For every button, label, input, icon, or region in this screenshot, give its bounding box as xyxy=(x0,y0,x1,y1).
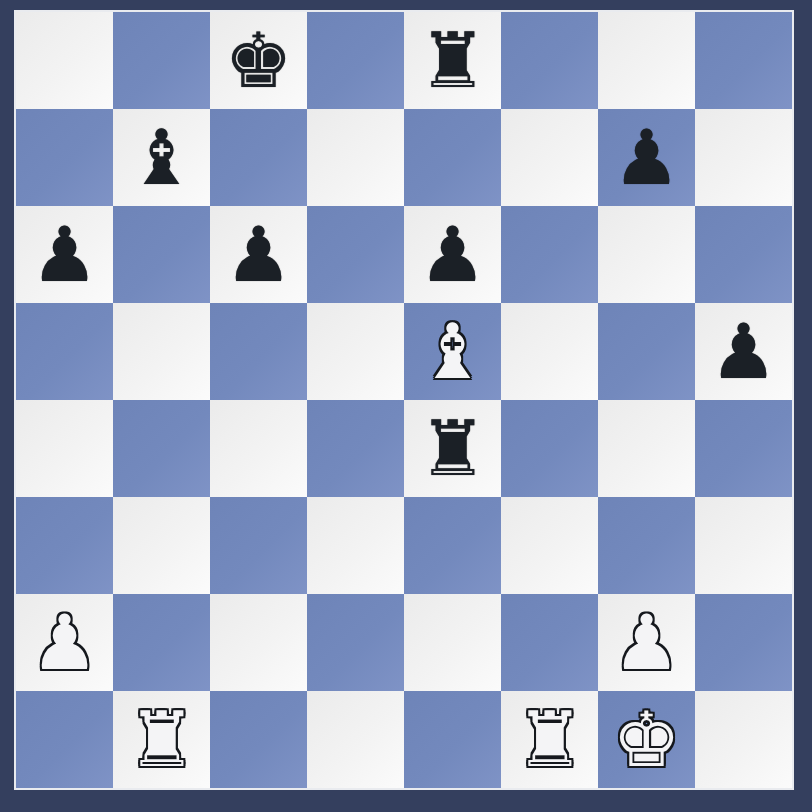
square-g2[interactable]: ♟ xyxy=(598,594,695,691)
square-a6[interactable]: ♟ xyxy=(16,206,113,303)
square-d3[interactable] xyxy=(307,497,404,594)
black-bishop[interactable]: ♝ xyxy=(127,109,195,206)
square-h7[interactable] xyxy=(695,109,792,206)
black-rook[interactable]: ♜ xyxy=(418,400,486,497)
black-pawn[interactable]: ♟ xyxy=(418,206,486,303)
white-pawn[interactable]: ♟ xyxy=(30,594,98,691)
square-c7[interactable] xyxy=(210,109,307,206)
square-d4[interactable] xyxy=(307,400,404,497)
square-f5[interactable] xyxy=(501,303,598,400)
square-e4[interactable]: ♜ xyxy=(404,400,501,497)
square-f2[interactable] xyxy=(501,594,598,691)
white-bishop[interactable]: ♝ xyxy=(418,303,486,400)
square-h1[interactable] xyxy=(695,691,792,788)
square-h4[interactable] xyxy=(695,400,792,497)
square-g1[interactable]: ♚ xyxy=(598,691,695,788)
square-b5[interactable] xyxy=(113,303,210,400)
square-h8[interactable] xyxy=(695,12,792,109)
white-rook[interactable]: ♜ xyxy=(515,691,583,788)
chess-board: ♚♜♝♟♟♟♟♝♟♜♟♟♜♜♚ xyxy=(14,10,794,790)
square-a1[interactable] xyxy=(16,691,113,788)
square-h2[interactable] xyxy=(695,594,792,691)
black-pawn[interactable]: ♟ xyxy=(224,206,292,303)
square-f6[interactable] xyxy=(501,206,598,303)
square-g8[interactable] xyxy=(598,12,695,109)
black-pawn[interactable]: ♟ xyxy=(709,303,777,400)
square-a4[interactable] xyxy=(16,400,113,497)
square-a8[interactable] xyxy=(16,12,113,109)
square-f1[interactable]: ♜ xyxy=(501,691,598,788)
square-d2[interactable] xyxy=(307,594,404,691)
black-pawn[interactable]: ♟ xyxy=(612,109,680,206)
square-b6[interactable] xyxy=(113,206,210,303)
square-g4[interactable] xyxy=(598,400,695,497)
square-g6[interactable] xyxy=(598,206,695,303)
square-c6[interactable]: ♟ xyxy=(210,206,307,303)
square-e7[interactable] xyxy=(404,109,501,206)
square-f4[interactable] xyxy=(501,400,598,497)
square-f8[interactable] xyxy=(501,12,598,109)
square-h5[interactable]: ♟ xyxy=(695,303,792,400)
square-a2[interactable]: ♟ xyxy=(16,594,113,691)
square-e8[interactable]: ♜ xyxy=(404,12,501,109)
square-c3[interactable] xyxy=(210,497,307,594)
square-e1[interactable] xyxy=(404,691,501,788)
black-rook[interactable]: ♜ xyxy=(418,12,486,109)
square-h6[interactable] xyxy=(695,206,792,303)
square-b7[interactable]: ♝ xyxy=(113,109,210,206)
square-e2[interactable] xyxy=(404,594,501,691)
white-king[interactable]: ♚ xyxy=(612,691,680,788)
square-c2[interactable] xyxy=(210,594,307,691)
white-pawn[interactable]: ♟ xyxy=(612,594,680,691)
square-d7[interactable] xyxy=(307,109,404,206)
white-rook[interactable]: ♜ xyxy=(127,691,195,788)
square-b4[interactable] xyxy=(113,400,210,497)
black-pawn[interactable]: ♟ xyxy=(30,206,98,303)
square-h3[interactable] xyxy=(695,497,792,594)
square-e6[interactable]: ♟ xyxy=(404,206,501,303)
square-d5[interactable] xyxy=(307,303,404,400)
square-d1[interactable] xyxy=(307,691,404,788)
square-a5[interactable] xyxy=(16,303,113,400)
square-f3[interactable] xyxy=(501,497,598,594)
square-a7[interactable] xyxy=(16,109,113,206)
board-frame: ♚♜♝♟♟♟♟♝♟♜♟♟♜♜♚ xyxy=(0,0,812,812)
square-b1[interactable]: ♜ xyxy=(113,691,210,788)
square-c8[interactable]: ♚ xyxy=(210,12,307,109)
square-f7[interactable] xyxy=(501,109,598,206)
square-b8[interactable] xyxy=(113,12,210,109)
square-b3[interactable] xyxy=(113,497,210,594)
square-g3[interactable] xyxy=(598,497,695,594)
square-g7[interactable]: ♟ xyxy=(598,109,695,206)
square-d6[interactable] xyxy=(307,206,404,303)
square-g5[interactable] xyxy=(598,303,695,400)
square-c5[interactable] xyxy=(210,303,307,400)
square-e5[interactable]: ♝ xyxy=(404,303,501,400)
square-c4[interactable] xyxy=(210,400,307,497)
square-a3[interactable] xyxy=(16,497,113,594)
black-king[interactable]: ♚ xyxy=(224,12,292,109)
square-c1[interactable] xyxy=(210,691,307,788)
square-b2[interactable] xyxy=(113,594,210,691)
square-e3[interactable] xyxy=(404,497,501,594)
square-d8[interactable] xyxy=(307,12,404,109)
